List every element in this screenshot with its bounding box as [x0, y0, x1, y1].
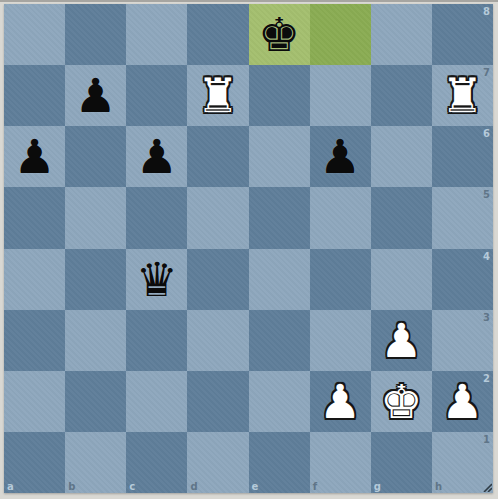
rank-label-2: 2: [483, 373, 490, 384]
square-d7[interactable]: ♜: [187, 65, 248, 126]
square-b6[interactable]: [65, 126, 126, 187]
square-b3[interactable]: [65, 310, 126, 371]
square-d8[interactable]: [187, 4, 248, 65]
square-a6[interactable]: ♟: [4, 126, 65, 187]
square-g1[interactable]: g: [371, 432, 432, 493]
file-label-f: f: [313, 481, 317, 492]
square-b2[interactable]: [65, 371, 126, 432]
white-rook[interactable]: ♜: [187, 65, 248, 126]
square-g5[interactable]: [371, 187, 432, 248]
square-c5[interactable]: [126, 187, 187, 248]
file-label-c: c: [129, 481, 135, 492]
square-f8[interactable]: [310, 4, 371, 65]
square-f1[interactable]: f: [310, 432, 371, 493]
file-label-g: g: [374, 481, 381, 492]
square-a4[interactable]: [4, 249, 65, 310]
square-a3[interactable]: [4, 310, 65, 371]
square-b5[interactable]: [65, 187, 126, 248]
square-g7[interactable]: [371, 65, 432, 126]
square-h6[interactable]: 6: [432, 126, 493, 187]
square-b8[interactable]: [65, 4, 126, 65]
black-pawn[interactable]: ♟: [126, 126, 187, 187]
square-d5[interactable]: [187, 187, 248, 248]
rank-label-8: 8: [483, 6, 490, 17]
rank-label-7: 7: [483, 67, 490, 78]
square-e2[interactable]: [249, 371, 310, 432]
square-e7[interactable]: [249, 65, 310, 126]
square-h5[interactable]: 5: [432, 187, 493, 248]
square-a5[interactable]: [4, 187, 65, 248]
rank-label-5: 5: [483, 189, 490, 200]
file-label-h: h: [435, 481, 442, 492]
black-king[interactable]: ♚: [249, 4, 310, 65]
square-f5[interactable]: [310, 187, 371, 248]
rank-label-1: 1: [483, 434, 490, 445]
chess-board[interactable]: ♚8♟♜7♜♟♟♟65♛4♟3♟♚2♟abcdefg1h: [4, 4, 493, 493]
black-pawn[interactable]: ♟: [4, 126, 65, 187]
square-g4[interactable]: [371, 249, 432, 310]
square-c8[interactable]: [126, 4, 187, 65]
square-h3[interactable]: 3: [432, 310, 493, 371]
square-d6[interactable]: [187, 126, 248, 187]
square-c2[interactable]: [126, 371, 187, 432]
square-a1[interactable]: a: [4, 432, 65, 493]
file-label-a: a: [7, 481, 14, 492]
file-label-b: b: [68, 481, 75, 492]
square-d3[interactable]: [187, 310, 248, 371]
square-e8[interactable]: ♚: [249, 4, 310, 65]
black-queen[interactable]: ♛: [126, 249, 187, 310]
square-h7[interactable]: 7♜: [432, 65, 493, 126]
square-d1[interactable]: d: [187, 432, 248, 493]
square-c4[interactable]: ♛: [126, 249, 187, 310]
board-frame: ♚8♟♜7♜♟♟♟65♛4♟3♟♚2♟abcdefg1h: [0, 0, 498, 499]
file-label-e: e: [252, 481, 259, 492]
square-c6[interactable]: ♟: [126, 126, 187, 187]
square-c3[interactable]: [126, 310, 187, 371]
square-b1[interactable]: b: [65, 432, 126, 493]
square-a2[interactable]: [4, 371, 65, 432]
rank-label-3: 3: [483, 312, 490, 323]
square-f7[interactable]: [310, 65, 371, 126]
rank-label-6: 6: [483, 128, 490, 139]
square-h2[interactable]: 2♟: [432, 371, 493, 432]
file-label-d: d: [190, 481, 197, 492]
square-e3[interactable]: [249, 310, 310, 371]
resize-handle-icon[interactable]: [481, 481, 492, 492]
square-d2[interactable]: [187, 371, 248, 432]
square-e6[interactable]: [249, 126, 310, 187]
square-f2[interactable]: ♟: [310, 371, 371, 432]
square-d4[interactable]: [187, 249, 248, 310]
rank-label-4: 4: [483, 251, 490, 262]
white-king[interactable]: ♚: [371, 371, 432, 432]
square-e4[interactable]: [249, 249, 310, 310]
white-pawn[interactable]: ♟: [371, 310, 432, 371]
square-e5[interactable]: [249, 187, 310, 248]
square-a7[interactable]: [4, 65, 65, 126]
square-a8[interactable]: [4, 4, 65, 65]
square-f4[interactable]: [310, 249, 371, 310]
square-g3[interactable]: ♟: [371, 310, 432, 371]
square-b4[interactable]: [65, 249, 126, 310]
black-pawn[interactable]: ♟: [65, 65, 126, 126]
white-pawn[interactable]: ♟: [310, 371, 371, 432]
square-e1[interactable]: e: [249, 432, 310, 493]
square-b7[interactable]: ♟: [65, 65, 126, 126]
square-c1[interactable]: c: [126, 432, 187, 493]
frame-top-line: [0, 0, 498, 2]
square-g6[interactable]: [371, 126, 432, 187]
square-f6[interactable]: ♟: [310, 126, 371, 187]
square-h8[interactable]: 8: [432, 4, 493, 65]
square-c7[interactable]: [126, 65, 187, 126]
square-f3[interactable]: [310, 310, 371, 371]
square-g8[interactable]: [371, 4, 432, 65]
square-h4[interactable]: 4: [432, 249, 493, 310]
black-pawn[interactable]: ♟: [310, 126, 371, 187]
square-g2[interactable]: ♚: [371, 371, 432, 432]
